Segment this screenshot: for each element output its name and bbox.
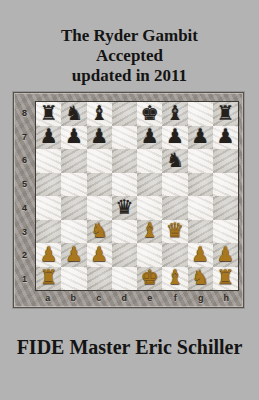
black-bishop-c8: ♝ [90,103,108,123]
chess-board-frame: 87654321 ♜♞♝♚♝♜♟♟♟♟♟♟♟♞♛♞♝♛♟♟♟♟♟♜♚♝♞♜ ab… [13,92,244,308]
white-rook-h1: ♜ [216,267,234,287]
white-pawn-b2: ♟ [65,244,83,264]
square-f4 [162,196,187,220]
square-a6 [36,149,61,173]
square-d6 [112,149,137,173]
white-pawn-h2: ♟ [216,244,234,264]
square-e1: ♚ [137,267,162,291]
square-b3 [61,220,86,244]
square-g7: ♟ [188,126,213,150]
square-f2 [162,243,187,267]
square-h8: ♜ [213,102,238,126]
white-pawn-a2: ♟ [40,244,58,264]
black-knight-f6: ♞ [166,150,184,170]
file-label-g: g [188,288,214,307]
black-pawn-e7: ♟ [141,126,159,146]
file-label-d: d [112,288,138,307]
square-b6 [61,149,86,173]
black-pawn-f7: ♟ [166,126,184,146]
file-label-c: c [86,288,112,307]
square-a1: ♜ [36,267,61,291]
square-c2: ♟ [87,243,112,267]
square-c3: ♞ [87,220,112,244]
square-h5 [213,173,238,197]
square-c4 [87,196,112,220]
square-c7: ♟ [87,126,112,150]
square-b7: ♟ [61,126,86,150]
square-b4 [61,196,86,220]
file-label-e: e [137,288,163,307]
square-g1: ♞ [188,267,213,291]
square-g4 [188,196,213,220]
rank-label-2: 2 [14,244,35,268]
title-line-1: The Ryder Gambit [0,26,259,46]
square-e5 [137,173,162,197]
book-title: The Ryder Gambit Accepted updated in 201… [0,26,259,86]
rank-label-4: 4 [14,196,35,220]
white-bishop-f1: ♝ [166,267,184,287]
black-pawn-c7: ♟ [90,126,108,146]
rank-label-3: 3 [14,220,35,244]
square-d3 [112,220,137,244]
white-pawn-g2: ♟ [191,244,209,264]
square-g6 [188,149,213,173]
square-f1: ♝ [162,267,187,291]
black-king-e8: ♚ [141,103,159,123]
square-c1 [87,267,112,291]
chess-board: ♜♞♝♚♝♜♟♟♟♟♟♟♟♞♛♞♝♛♟♟♟♟♟♜♚♝♞♜ [35,101,239,291]
square-f5 [162,173,187,197]
file-label-a: a [35,288,61,307]
black-pawn-b7: ♟ [65,126,83,146]
square-g5 [188,173,213,197]
file-label-b: b [61,288,87,307]
square-d7 [112,126,137,150]
square-a4 [36,196,61,220]
square-f8: ♝ [162,102,187,126]
white-knight-g1: ♞ [191,267,209,287]
black-pawn-h7: ♟ [216,126,234,146]
rank-label-7: 7 [14,125,35,149]
square-e8: ♚ [137,102,162,126]
square-f6: ♞ [162,149,187,173]
black-queen-d4: ♛ [115,197,133,217]
rank-label-6: 6 [14,149,35,173]
rank-label-1: 1 [14,267,35,291]
square-d4: ♛ [112,196,137,220]
square-d2 [112,243,137,267]
square-d8 [112,102,137,126]
square-a3 [36,220,61,244]
square-c5 [87,173,112,197]
title-line-3: updated in 2011 [0,66,259,86]
square-b8: ♞ [61,102,86,126]
white-king-e1: ♚ [141,267,159,287]
white-queen-f3: ♛ [166,220,184,240]
square-e2 [137,243,162,267]
square-b1 [61,267,86,291]
black-rook-h8: ♜ [216,103,234,123]
author-name: FIDE Master Eric Schiller [0,336,259,359]
square-a2: ♟ [36,243,61,267]
square-g8 [188,102,213,126]
square-d1 [112,267,137,291]
square-e3: ♝ [137,220,162,244]
white-bishop-e3: ♝ [141,220,159,240]
black-rook-a8: ♜ [40,103,58,123]
white-rook-a1: ♜ [40,267,58,287]
square-a8: ♜ [36,102,61,126]
square-g3 [188,220,213,244]
file-labels: abcdefgh [35,288,239,307]
black-pawn-a7: ♟ [40,126,58,146]
white-pawn-c2: ♟ [90,244,108,264]
file-label-h: h [214,288,240,307]
square-e6 [137,149,162,173]
rank-label-8: 8 [14,101,35,125]
square-c6 [87,149,112,173]
square-e7: ♟ [137,126,162,150]
title-line-2: Accepted [0,46,259,66]
black-pawn-g7: ♟ [191,126,209,146]
square-h2: ♟ [213,243,238,267]
square-f3: ♛ [162,220,187,244]
rank-label-5: 5 [14,172,35,196]
square-e4 [137,196,162,220]
square-h1: ♜ [213,267,238,291]
square-a5 [36,173,61,197]
square-h4 [213,196,238,220]
rank-labels: 87654321 [14,101,35,291]
square-h7: ♟ [213,126,238,150]
square-b2: ♟ [61,243,86,267]
book-cover: The Ryder Gambit Accepted updated in 201… [0,0,259,400]
square-d5 [112,173,137,197]
square-b5 [61,173,86,197]
square-a7: ♟ [36,126,61,150]
black-knight-b8: ♞ [65,103,83,123]
square-h3 [213,220,238,244]
file-label-f: f [163,288,189,307]
square-c8: ♝ [87,102,112,126]
black-bishop-f8: ♝ [166,103,184,123]
white-knight-c3: ♞ [90,220,108,240]
square-h6 [213,149,238,173]
square-g2: ♟ [188,243,213,267]
square-f7: ♟ [162,126,187,150]
